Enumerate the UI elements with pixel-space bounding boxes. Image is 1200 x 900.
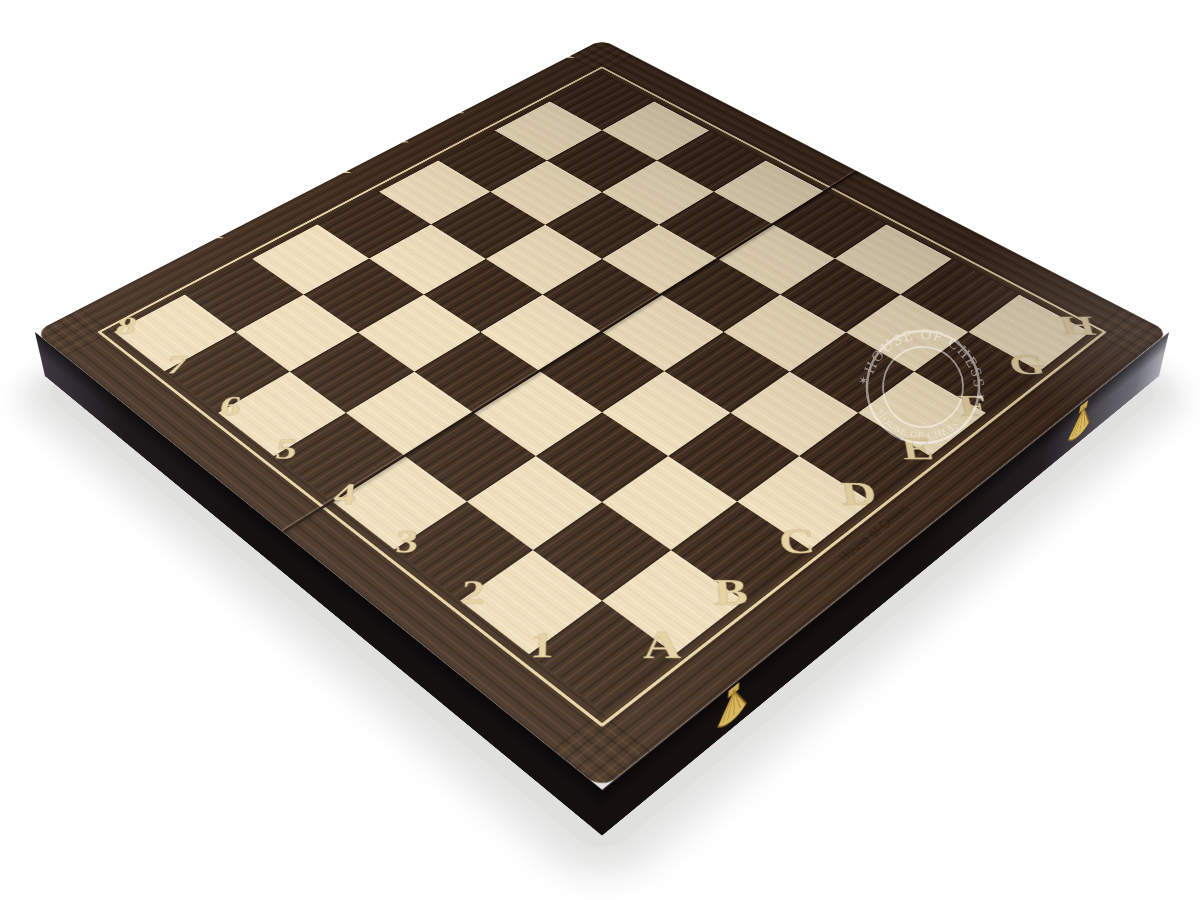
square-b4 xyxy=(405,413,536,502)
square-d1 xyxy=(737,456,872,550)
square-a4 xyxy=(333,456,468,550)
square-e3 xyxy=(664,332,789,413)
square-d4 xyxy=(540,332,665,413)
coord-rank-7-near: 7 xyxy=(125,337,227,393)
coord-rank-2-far: 2 xyxy=(946,207,1039,255)
square-a6 xyxy=(218,371,346,456)
watermark-star-right: ✶ xyxy=(974,389,986,404)
square-b5 xyxy=(346,371,474,456)
coord-rank-2-near: 2 xyxy=(419,556,524,629)
watermark-stamp: HOUSE OF CHESS HOUSE OF CHESS ✶ ✶ xyxy=(845,309,1001,465)
coord-rank-1-near: 1 xyxy=(488,607,593,684)
square-c4 xyxy=(474,371,602,456)
watermark-star-left: ✶ xyxy=(857,373,869,388)
watermark-text-top: HOUSE OF CHESS xyxy=(860,317,995,391)
square-e2 xyxy=(730,371,858,456)
coord-rank-8-far: 8 xyxy=(608,40,680,71)
coord-file-d-far: D xyxy=(295,144,380,188)
square-a2 xyxy=(460,550,602,654)
square-d2 xyxy=(668,413,799,502)
coord-file-h-near: H xyxy=(1027,299,1128,353)
square-b3 xyxy=(467,456,602,550)
coord-file-c-near: C xyxy=(745,507,849,576)
coord-file-b-far: B xyxy=(165,207,258,255)
coord-file-a-near: A xyxy=(611,607,716,684)
coord-file-f-far: F xyxy=(414,87,492,127)
coord-file-b-near: B xyxy=(680,556,785,629)
coord-file-e-far: E xyxy=(356,115,438,157)
square-b1 xyxy=(602,550,744,654)
frame-band-south xyxy=(35,307,652,789)
coord-rank-5-near: 5 xyxy=(234,418,338,480)
coord-rank-6-near: 6 xyxy=(178,376,281,435)
svg-text:HOUSE OF CHESS: HOUSE OF CHESS xyxy=(860,317,995,391)
coord-rank-7-far: 7 xyxy=(659,60,734,99)
square-c5 xyxy=(415,332,540,413)
coord-rank-4-near: 4 xyxy=(292,461,396,526)
square-a5 xyxy=(274,413,405,502)
square-c1 xyxy=(671,502,809,601)
coord-rank-6-far: 6 xyxy=(712,87,790,127)
coord-file-h-far: H xyxy=(524,40,596,71)
square-a1 xyxy=(529,600,675,710)
coord-file-c-far: C xyxy=(231,175,320,221)
coord-file-d-near: D xyxy=(807,461,911,526)
coord-file-a-far: A xyxy=(95,240,192,290)
coord-file-g-far: G xyxy=(470,60,545,99)
square-a7 xyxy=(165,332,290,413)
product-photo: House of Chess AA11BB22CC33DD44EE55FF66G… xyxy=(0,0,1200,900)
coord-rank-4-far: 4 xyxy=(824,144,909,188)
square-b2 xyxy=(533,502,671,601)
coord-rank-8-near: 8 xyxy=(75,299,176,353)
square-a3 xyxy=(394,502,532,601)
coord-rank-1-far: 1 xyxy=(1012,240,1109,290)
coord-rank-3-near: 3 xyxy=(354,507,458,576)
square-b6 xyxy=(290,332,415,413)
square-c2 xyxy=(602,456,737,550)
coord-rank-3-far: 3 xyxy=(884,175,973,221)
square-d3 xyxy=(602,371,730,456)
square-c3 xyxy=(536,413,667,502)
coord-rank-5-far: 5 xyxy=(767,115,849,157)
